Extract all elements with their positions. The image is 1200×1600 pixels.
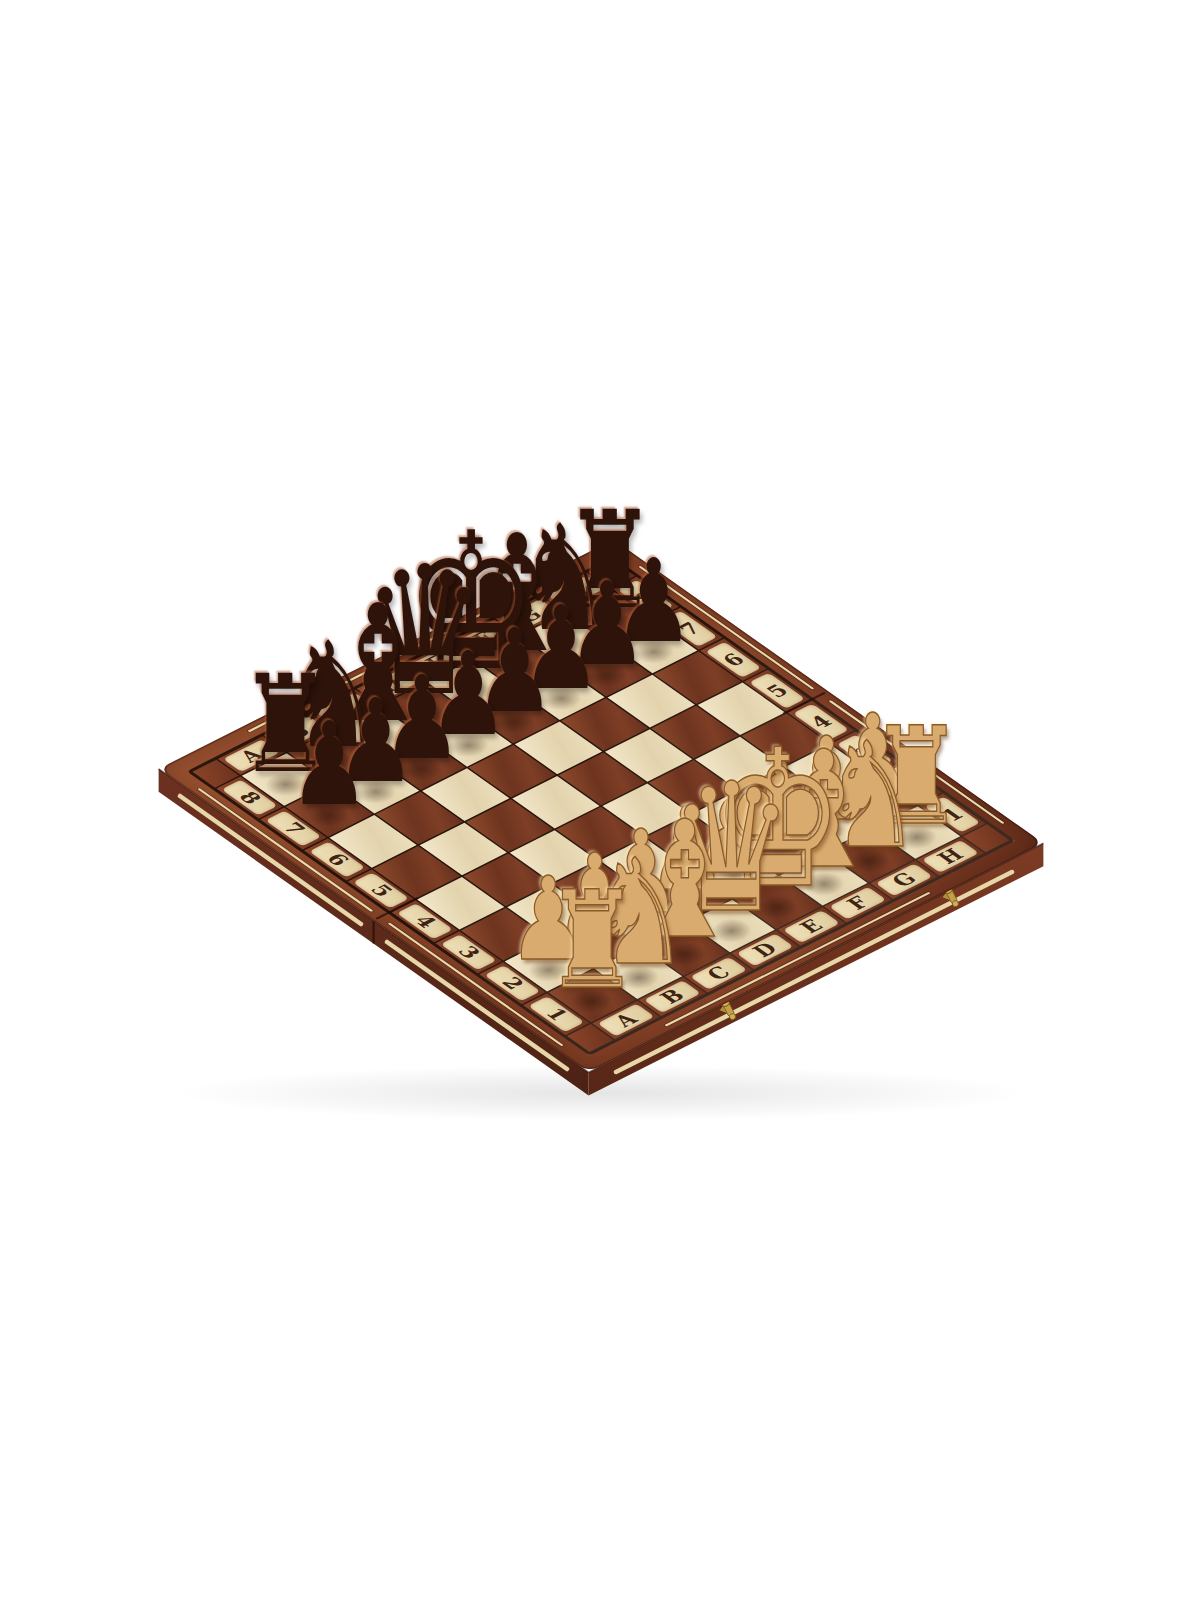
rank-label-text: 8 xyxy=(233,788,266,807)
rank-label-text: 6 xyxy=(717,650,749,670)
cast-shadow xyxy=(171,1065,1031,1121)
rank-label-text: 2 xyxy=(496,974,529,993)
piece-glyph: ♜ xyxy=(526,873,659,1008)
rank-label-text: 1 xyxy=(540,1005,573,1024)
file-label-text: D xyxy=(747,939,783,961)
file-label-text: C xyxy=(702,963,736,984)
file-label-text: H xyxy=(932,845,969,868)
board-rim: HGFEDCBA8♜♞♝♚♛♝♞♜87♟♟♟♟♟♟♟♟7665544332♟♟♟… xyxy=(159,540,1044,1073)
board-grid: HGFEDCBA8♜♞♝♚♛♝♞♜87♟♟♟♟♟♟♟♟7665544332♟♟♟… xyxy=(187,557,1015,1056)
file-label-text: A xyxy=(609,1009,643,1030)
rank-label-text: 7 xyxy=(277,819,310,838)
chess-board: HGFEDCBA8♜♞♝♚♛♝♞♜87♟♟♟♟♟♟♟♟7665544332♟♟♟… xyxy=(159,540,1044,1073)
file-label-text: G xyxy=(886,869,921,891)
file-label-text: E xyxy=(795,916,829,937)
file-label-text: F xyxy=(841,893,874,913)
rank-label-text: 6 xyxy=(321,850,354,869)
rank-label-text: 5 xyxy=(365,881,398,900)
rank-label-text: 3 xyxy=(452,943,485,962)
rank-label-text: 5 xyxy=(761,680,793,700)
piece-glyph: ♟ xyxy=(263,707,396,822)
chess-set-photo: HGFEDCBA8♜♞♝♚♛♝♞♜87♟♟♟♟♟♟♟♟7665544332♟♟♟… xyxy=(0,0,1200,1600)
rank-label-text: 4 xyxy=(408,912,441,931)
file-label-text: B xyxy=(655,986,690,1008)
